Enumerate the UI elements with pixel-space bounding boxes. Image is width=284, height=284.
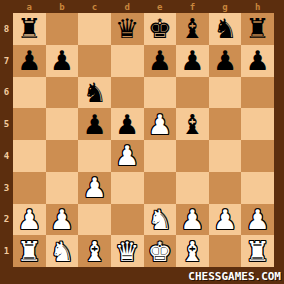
- square-g8[interactable]: ♞: [209, 13, 242, 45]
- rank-label-5: 5: [0, 108, 13, 140]
- piece-black-king: ♚: [148, 15, 172, 42]
- piece-black-bishop: ♝: [180, 111, 204, 138]
- square-g3[interactable]: [209, 172, 242, 204]
- square-a5[interactable]: [13, 108, 46, 140]
- file-label-f: f: [176, 0, 209, 13]
- piece-black-pawn: ♟: [180, 47, 204, 74]
- square-e2[interactable]: ♞: [144, 204, 177, 236]
- piece-white-pawn: ♟: [148, 111, 172, 138]
- file-labels: abcdefgh: [13, 0, 274, 13]
- square-c1[interactable]: ♝: [78, 235, 111, 267]
- square-d4[interactable]: ♟: [111, 140, 144, 172]
- square-b4[interactable]: [46, 140, 79, 172]
- board-grid: ♜♛♚♝♞♜♟♟♟♟♟♟♞♟♟♟♝♟♟♟♟♞♟♟♟♜♞♝♛♚♝♜: [13, 13, 274, 267]
- file-label-b: b: [46, 0, 79, 13]
- piece-white-bishop: ♝: [82, 238, 106, 265]
- piece-white-pawn: ♟: [82, 174, 106, 201]
- piece-black-pawn: ♟: [17, 47, 41, 74]
- square-f2[interactable]: ♟: [176, 204, 209, 236]
- square-g5[interactable]: [209, 108, 242, 140]
- piece-white-pawn: ♟: [213, 206, 237, 233]
- square-h2[interactable]: ♟: [241, 204, 274, 236]
- square-e6[interactable]: [144, 77, 177, 109]
- piece-black-knight: ♞: [82, 79, 106, 106]
- square-c5[interactable]: ♟: [78, 108, 111, 140]
- square-f7[interactable]: ♟: [176, 45, 209, 77]
- square-g1[interactable]: [209, 235, 242, 267]
- piece-white-pawn: ♟: [246, 206, 270, 233]
- square-h4[interactable]: [241, 140, 274, 172]
- square-c7[interactable]: [78, 45, 111, 77]
- piece-white-pawn: ♟: [17, 206, 41, 233]
- square-f3[interactable]: [176, 172, 209, 204]
- square-c8[interactable]: [78, 13, 111, 45]
- file-label-e: e: [144, 0, 177, 13]
- square-e3[interactable]: [144, 172, 177, 204]
- rank-label-7: 7: [0, 45, 13, 77]
- square-d8[interactable]: ♛: [111, 13, 144, 45]
- square-h5[interactable]: [241, 108, 274, 140]
- piece-white-bishop: ♝: [180, 238, 204, 265]
- square-a7[interactable]: ♟: [13, 45, 46, 77]
- square-a4[interactable]: [13, 140, 46, 172]
- rank-label-4: 4: [0, 140, 13, 172]
- square-a6[interactable]: [13, 77, 46, 109]
- square-d1[interactable]: ♛: [111, 235, 144, 267]
- square-b8[interactable]: [46, 13, 79, 45]
- square-e4[interactable]: [144, 140, 177, 172]
- square-d2[interactable]: [111, 204, 144, 236]
- square-b2[interactable]: ♟: [46, 204, 79, 236]
- piece-black-queen: ♛: [115, 15, 139, 42]
- square-f5[interactable]: ♝: [176, 108, 209, 140]
- square-a1[interactable]: ♜: [13, 235, 46, 267]
- rank-label-6: 6: [0, 77, 13, 109]
- piece-black-pawn: ♟: [246, 47, 270, 74]
- piece-white-knight: ♞: [148, 206, 172, 233]
- square-d3[interactable]: [111, 172, 144, 204]
- piece-black-pawn: ♟: [213, 47, 237, 74]
- chess-board: abcdefgh 87654321 ♜♛♚♝♞♜♟♟♟♟♟♟♞♟♟♟♝♟♟♟♟♞…: [0, 0, 284, 284]
- square-c3[interactable]: ♟: [78, 172, 111, 204]
- square-h1[interactable]: ♜: [241, 235, 274, 267]
- square-b3[interactable]: [46, 172, 79, 204]
- piece-white-king: ♚: [148, 238, 172, 265]
- piece-black-rook: ♜: [17, 15, 41, 42]
- piece-white-pawn: ♟: [180, 206, 204, 233]
- rank-labels: 87654321: [0, 13, 13, 267]
- piece-white-rook: ♜: [246, 238, 270, 265]
- square-b7[interactable]: ♟: [46, 45, 79, 77]
- square-b6[interactable]: [46, 77, 79, 109]
- square-g6[interactable]: [209, 77, 242, 109]
- square-b5[interactable]: [46, 108, 79, 140]
- square-g7[interactable]: ♟: [209, 45, 242, 77]
- piece-white-pawn: ♟: [50, 206, 74, 233]
- square-e1[interactable]: ♚: [144, 235, 177, 267]
- square-f8[interactable]: ♝: [176, 13, 209, 45]
- square-a3[interactable]: [13, 172, 46, 204]
- square-h7[interactable]: ♟: [241, 45, 274, 77]
- square-b1[interactable]: ♞: [46, 235, 79, 267]
- square-f4[interactable]: [176, 140, 209, 172]
- square-c2[interactable]: [78, 204, 111, 236]
- piece-white-knight: ♞: [50, 238, 74, 265]
- square-e8[interactable]: ♚: [144, 13, 177, 45]
- square-h3[interactable]: [241, 172, 274, 204]
- square-h6[interactable]: [241, 77, 274, 109]
- rank-label-1: 1: [0, 235, 13, 267]
- piece-white-rook: ♜: [17, 238, 41, 265]
- square-a8[interactable]: ♜: [13, 13, 46, 45]
- piece-white-pawn: ♟: [115, 142, 139, 169]
- rank-label-3: 3: [0, 172, 13, 204]
- square-e5[interactable]: ♟: [144, 108, 177, 140]
- piece-black-pawn: ♟: [115, 111, 139, 138]
- piece-white-queen: ♛: [115, 238, 139, 265]
- square-f6[interactable]: [176, 77, 209, 109]
- file-label-d: d: [111, 0, 144, 13]
- square-e7[interactable]: ♟: [144, 45, 177, 77]
- file-label-c: c: [78, 0, 111, 13]
- site-watermark: CHESSGAMES.COM: [188, 270, 281, 283]
- square-d7[interactable]: [111, 45, 144, 77]
- rank-label-2: 2: [0, 204, 13, 236]
- square-c6[interactable]: ♞: [78, 77, 111, 109]
- square-g2[interactable]: ♟: [209, 204, 242, 236]
- piece-black-pawn: ♟: [50, 47, 74, 74]
- piece-black-pawn: ♟: [148, 47, 172, 74]
- piece-black-pawn: ♟: [82, 111, 106, 138]
- rank-label-8: 8: [0, 13, 13, 45]
- piece-black-knight: ♞: [213, 15, 237, 42]
- square-g4[interactable]: [209, 140, 242, 172]
- piece-black-bishop: ♝: [180, 15, 204, 42]
- file-label-a: a: [13, 0, 46, 13]
- square-c4[interactable]: [78, 140, 111, 172]
- square-d5[interactable]: ♟: [111, 108, 144, 140]
- square-d6[interactable]: [111, 77, 144, 109]
- square-f1[interactable]: ♝: [176, 235, 209, 267]
- square-h8[interactable]: ♜: [241, 13, 274, 45]
- piece-black-rook: ♜: [246, 15, 270, 42]
- square-a2[interactable]: ♟: [13, 204, 46, 236]
- file-label-h: h: [241, 0, 274, 13]
- file-label-g: g: [209, 0, 242, 13]
